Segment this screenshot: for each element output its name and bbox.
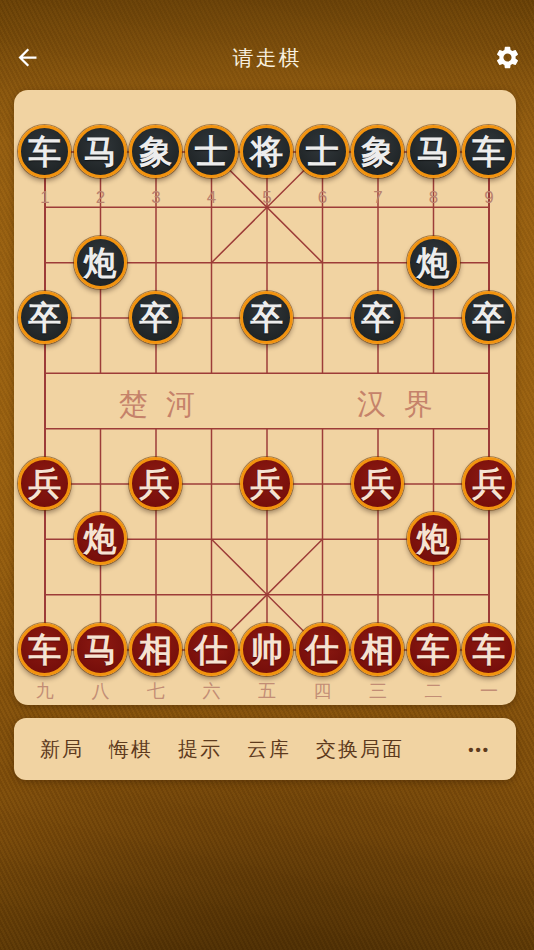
menu-item-3[interactable]: 提示	[178, 736, 222, 763]
piece-red-马[interactable]: 马	[74, 623, 127, 676]
piece-glyph: 车	[28, 633, 61, 666]
piece-glyph: 兵	[28, 467, 61, 500]
menu-item-2[interactable]: 悔棋	[109, 736, 153, 763]
piece-glyph: 卒	[361, 301, 394, 334]
piece-red-仕[interactable]: 仕	[296, 623, 349, 676]
piece-red-相[interactable]: 相	[351, 623, 404, 676]
file-label-bottom-七: 七	[128, 679, 184, 703]
piece-glyph: 士	[195, 135, 228, 168]
piece-glyph: 相	[361, 633, 394, 666]
piece-glyph: 车	[472, 633, 505, 666]
piece-glyph: 帅	[250, 633, 283, 666]
file-label-bottom-三: 三	[350, 679, 406, 703]
piece-black-马[interactable]: 马	[407, 125, 460, 178]
piece-glyph: 炮	[417, 246, 450, 279]
menu-item-4[interactable]: 云库	[247, 736, 291, 763]
piece-black-士[interactable]: 士	[296, 125, 349, 178]
piece-red-车[interactable]: 车	[462, 623, 515, 676]
piece-glyph: 相	[139, 633, 172, 666]
piece-red-炮[interactable]: 炮	[407, 512, 460, 565]
piece-red-相[interactable]: 相	[129, 623, 182, 676]
piece-black-士[interactable]: 士	[185, 125, 238, 178]
piece-red-车[interactable]: 车	[407, 623, 460, 676]
piece-glyph: 马	[84, 633, 117, 666]
piece-red-兵[interactable]: 兵	[240, 457, 293, 510]
piece-glyph: 马	[84, 135, 117, 168]
piece-black-卒[interactable]: 卒	[240, 291, 293, 344]
piece-glyph: 将	[250, 135, 283, 168]
piece-red-兵[interactable]: 兵	[18, 457, 71, 510]
piece-red-炮[interactable]: 炮	[74, 512, 127, 565]
piece-glyph: 车	[417, 633, 450, 666]
piece-glyph: 炮	[417, 522, 450, 555]
piece-glyph: 卒	[139, 301, 172, 334]
page-title: 请走棋	[0, 44, 534, 72]
piece-black-象[interactable]: 象	[351, 125, 404, 178]
file-label-bottom-二: 二	[406, 679, 462, 703]
xiangqi-board[interactable]: 123456789 楚河 汉界 车马象士将士象马车炮炮卒卒卒卒卒兵兵兵兵兵炮炮车…	[14, 90, 516, 705]
menu-item-5[interactable]: 交换局面	[316, 736, 404, 763]
top-bar: 请走棋	[0, 0, 534, 90]
piece-glyph: 卒	[472, 301, 505, 334]
piece-black-车[interactable]: 车	[18, 125, 71, 178]
piece-black-卒[interactable]: 卒	[129, 291, 182, 344]
piece-black-将[interactable]: 将	[240, 125, 293, 178]
piece-glyph: 车	[472, 135, 505, 168]
piece-glyph: 仕	[195, 633, 228, 666]
piece-glyph: 仕	[306, 633, 339, 666]
piece-glyph: 卒	[28, 301, 61, 334]
piece-black-象[interactable]: 象	[129, 125, 182, 178]
piece-black-卒[interactable]: 卒	[462, 291, 515, 344]
piece-glyph: 马	[417, 135, 450, 168]
piece-glyph: 象	[139, 135, 172, 168]
menu-item-1[interactable]: 新局	[40, 736, 84, 763]
piece-black-马[interactable]: 马	[74, 125, 127, 178]
piece-glyph: 车	[28, 135, 61, 168]
file-label-bottom-六: 六	[184, 679, 240, 703]
piece-black-卒[interactable]: 卒	[351, 291, 404, 344]
more-button[interactable]: •••	[468, 741, 490, 758]
piece-glyph: 炮	[84, 246, 117, 279]
piece-red-仕[interactable]: 仕	[185, 623, 238, 676]
piece-glyph: 兵	[139, 467, 172, 500]
piece-black-卒[interactable]: 卒	[18, 291, 71, 344]
menu-bar: 新局悔棋提示云库交换局面•••	[14, 718, 516, 780]
piece-red-兵[interactable]: 兵	[462, 457, 515, 510]
file-label-bottom-八: 八	[73, 679, 129, 703]
piece-glyph: 象	[361, 135, 394, 168]
piece-glyph: 兵	[250, 467, 283, 500]
file-label-bottom-一: 一	[461, 679, 517, 703]
piece-red-兵[interactable]: 兵	[129, 457, 182, 510]
settings-button[interactable]	[492, 42, 522, 72]
piece-red-兵[interactable]: 兵	[351, 457, 404, 510]
piece-glyph: 兵	[361, 467, 394, 500]
piece-black-车[interactable]: 车	[462, 125, 515, 178]
piece-glyph: 卒	[250, 301, 283, 334]
file-label-bottom-四: 四	[295, 679, 351, 703]
gear-icon	[494, 44, 521, 71]
piece-red-车[interactable]: 车	[18, 623, 71, 676]
piece-glyph: 兵	[472, 467, 505, 500]
piece-glyph: 士	[306, 135, 339, 168]
file-label-bottom-五: 五	[239, 679, 295, 703]
screen: 请走棋 123456789 楚河 汉界 车马象士将士象马车炮炮卒卒卒卒卒兵兵兵兵…	[0, 0, 534, 950]
piece-glyph: 炮	[84, 522, 117, 555]
file-label-bottom-九: 九	[17, 679, 73, 703]
piece-red-帅[interactable]: 帅	[240, 623, 293, 676]
piece-black-炮[interactable]: 炮	[407, 236, 460, 289]
piece-black-炮[interactable]: 炮	[74, 236, 127, 289]
pieces-grid: 车马象士将士象马车炮炮卒卒卒卒卒兵兵兵兵兵炮炮车马相仕帅仕相车车	[17, 124, 517, 677]
